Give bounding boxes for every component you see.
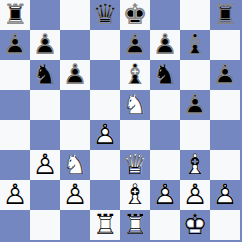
square-e8[interactable]: ♚♔ [120,0,150,30]
white-piece-outline-glyph: ♙ [0,180,30,210]
square-h6[interactable]: ♟♙ [210,60,240,90]
piece-black-pawn[interactable]: ♟♙ [0,30,30,60]
black-piece-fill-glyph: ♜ [0,0,30,30]
white-piece-fill-glyph: ♟ [150,180,180,210]
white-piece-outline-glyph: ♙ [180,180,210,210]
black-piece-detail-glyph: ♙ [150,30,180,60]
chess-board: ♜♖♛♕♚♔♜♖♟♙♟♙♟♙♟♙♝♗♞♘♟♙♝♗♞♘♟♙♞♘♟♙♟♙♟♙♞♘♛♕… [0,0,242,242]
white-piece-outline-glyph: ♖ [90,210,120,240]
piece-white-pawn[interactable]: ♟♙ [180,180,210,210]
square-c3[interactable]: ♞♘ [60,150,90,180]
square-f7[interactable]: ♟♙ [150,30,180,60]
white-piece-fill-glyph: ♟ [30,150,60,180]
square-b6[interactable]: ♞♘ [30,60,60,90]
piece-white-pawn[interactable]: ♟♙ [150,180,180,210]
square-a5[interactable] [0,90,30,120]
square-h1[interactable] [210,210,240,240]
square-e1[interactable]: ♜♖ [120,210,150,240]
piece-white-bishop[interactable]: ♝♗ [120,180,150,210]
piece-white-pawn[interactable]: ♟♙ [0,180,30,210]
square-b8[interactable] [30,0,60,30]
white-piece-outline-glyph: ♙ [60,180,90,210]
piece-black-pawn[interactable]: ♟♙ [60,60,90,90]
white-piece-outline-glyph: ♘ [120,90,150,120]
square-h7[interactable] [210,30,240,60]
piece-white-rook[interactable]: ♜♖ [90,210,120,240]
white-piece-fill-glyph: ♛ [120,150,150,180]
black-piece-detail-glyph: ♖ [210,0,240,30]
white-piece-outline-glyph: ♔ [180,210,210,240]
square-f2[interactable]: ♟♙ [150,180,180,210]
white-piece-fill-glyph: ♝ [180,150,210,180]
piece-white-pawn[interactable]: ♟♙ [210,180,240,210]
square-f3[interactable] [150,150,180,180]
piece-white-pawn[interactable]: ♟♙ [30,150,60,180]
white-piece-fill-glyph: ♟ [180,180,210,210]
white-piece-outline-glyph: ♖ [120,210,150,240]
black-piece-fill-glyph: ♞ [30,60,60,90]
square-h5[interactable] [210,90,240,120]
square-c7[interactable] [60,30,90,60]
square-b7[interactable]: ♟♙ [30,30,60,60]
square-b4[interactable] [30,120,60,150]
square-g6[interactable] [180,60,210,90]
piece-black-pawn[interactable]: ♟♙ [120,30,150,60]
piece-black-queen[interactable]: ♛♕ [90,0,120,30]
square-a6[interactable] [0,60,30,90]
square-a8[interactable]: ♜♖ [0,0,30,30]
black-piece-detail-glyph: ♔ [120,0,150,30]
square-a7[interactable]: ♟♙ [0,30,30,60]
square-d4[interactable]: ♟♙ [90,120,120,150]
square-g5[interactable]: ♟♙ [180,90,210,120]
square-h4[interactable] [210,120,240,150]
black-piece-fill-glyph: ♟ [180,90,210,120]
piece-white-bishop[interactable]: ♝♗ [180,150,210,180]
white-piece-outline-glyph: ♙ [210,180,240,210]
black-piece-detail-glyph: ♘ [150,60,180,90]
piece-white-knight[interactable]: ♞♘ [120,90,150,120]
black-piece-fill-glyph: ♜ [210,0,240,30]
square-c6[interactable]: ♟♙ [60,60,90,90]
square-c5[interactable] [60,90,90,120]
square-f8[interactable] [150,0,180,30]
piece-black-king[interactable]: ♚♔ [120,0,150,30]
square-b1[interactable] [30,210,60,240]
black-piece-detail-glyph: ♙ [210,60,240,90]
square-d6[interactable] [90,60,120,90]
white-piece-fill-glyph: ♞ [60,150,90,180]
piece-white-knight[interactable]: ♞♘ [60,150,90,180]
black-piece-fill-glyph: ♞ [150,60,180,90]
square-d1[interactable]: ♜♖ [90,210,120,240]
square-a1[interactable] [0,210,30,240]
piece-black-bishop[interactable]: ♝♗ [120,60,150,90]
white-piece-outline-glyph: ♙ [90,120,120,150]
square-d5[interactable] [90,90,120,120]
white-piece-fill-glyph: ♝ [120,180,150,210]
piece-black-knight[interactable]: ♞♘ [150,60,180,90]
square-b3[interactable]: ♟♙ [30,150,60,180]
square-e5[interactable]: ♞♘ [120,90,150,120]
piece-black-pawn[interactable]: ♟♙ [150,30,180,60]
black-piece-detail-glyph: ♙ [30,30,60,60]
white-piece-outline-glyph: ♙ [30,150,60,180]
square-e3[interactable]: ♛♕ [120,150,150,180]
square-d8[interactable]: ♛♕ [90,0,120,30]
black-piece-detail-glyph: ♖ [0,0,30,30]
square-e2[interactable]: ♝♗ [120,180,150,210]
black-piece-fill-glyph: ♝ [180,30,210,60]
square-a4[interactable] [0,120,30,150]
black-piece-detail-glyph: ♙ [120,30,150,60]
black-piece-detail-glyph: ♕ [90,0,120,30]
piece-black-rook[interactable]: ♜♖ [210,0,240,30]
square-c4[interactable] [60,120,90,150]
square-d7[interactable] [90,30,120,60]
black-piece-detail-glyph: ♗ [180,30,210,60]
piece-white-pawn[interactable]: ♟♙ [60,180,90,210]
square-e6[interactable]: ♝♗ [120,60,150,90]
square-g3[interactable]: ♝♗ [180,150,210,180]
square-f4[interactable] [150,120,180,150]
square-b2[interactable] [30,180,60,210]
black-piece-fill-glyph: ♟ [30,30,60,60]
square-g8[interactable] [180,0,210,30]
square-d3[interactable] [90,150,120,180]
white-piece-fill-glyph: ♟ [90,120,120,150]
square-e7[interactable]: ♟♙ [120,30,150,60]
square-g2[interactable]: ♟♙ [180,180,210,210]
black-piece-fill-glyph: ♝ [120,60,150,90]
black-piece-fill-glyph: ♟ [60,60,90,90]
white-piece-fill-glyph: ♚ [180,210,210,240]
piece-black-bishop[interactable]: ♝♗ [180,30,210,60]
square-e4[interactable] [120,120,150,150]
black-piece-fill-glyph: ♟ [210,60,240,90]
black-piece-fill-glyph: ♛ [90,0,120,30]
black-piece-detail-glyph: ♘ [30,60,60,90]
black-piece-detail-glyph: ♙ [60,60,90,90]
white-piece-fill-glyph: ♞ [120,90,150,120]
square-c1[interactable] [60,210,90,240]
square-h8[interactable]: ♜♖ [210,0,240,30]
board-grid: ♜♖♛♕♚♔♜♖♟♙♟♙♟♙♟♙♝♗♞♘♟♙♝♗♞♘♟♙♞♘♟♙♟♙♟♙♞♘♛♕… [0,0,240,240]
square-a3[interactable] [0,150,30,180]
square-h2[interactable]: ♟♙ [210,180,240,210]
square-b5[interactable] [30,90,60,120]
black-piece-fill-glyph: ♚ [120,0,150,30]
square-f6[interactable]: ♞♘ [150,60,180,90]
white-piece-fill-glyph: ♟ [60,180,90,210]
square-c8[interactable] [60,0,90,30]
white-piece-fill-glyph: ♟ [0,180,30,210]
piece-white-king[interactable]: ♚♔ [180,210,210,240]
piece-black-pawn[interactable]: ♟♙ [180,90,210,120]
piece-black-pawn[interactable]: ♟♙ [210,60,240,90]
square-c2[interactable]: ♟♙ [60,180,90,210]
piece-white-pawn[interactable]: ♟♙ [90,120,120,150]
white-piece-outline-glyph: ♙ [150,180,180,210]
square-h3[interactable] [210,150,240,180]
white-piece-outline-glyph: ♘ [60,150,90,180]
square-f1[interactable] [150,210,180,240]
white-piece-outline-glyph: ♗ [180,150,210,180]
white-piece-fill-glyph: ♜ [90,210,120,240]
piece-black-knight[interactable]: ♞♘ [30,60,60,90]
piece-white-queen[interactable]: ♛♕ [120,150,150,180]
black-piece-detail-glyph: ♙ [180,90,210,120]
white-piece-fill-glyph: ♜ [120,210,150,240]
square-g7[interactable]: ♝♗ [180,30,210,60]
white-piece-fill-glyph: ♟ [210,180,240,210]
piece-white-rook[interactable]: ♜♖ [120,210,150,240]
black-piece-fill-glyph: ♟ [0,30,30,60]
piece-black-pawn[interactable]: ♟♙ [30,30,60,60]
piece-black-rook[interactable]: ♜♖ [0,0,30,30]
square-g4[interactable] [180,120,210,150]
black-piece-detail-glyph: ♗ [120,60,150,90]
square-d2[interactable] [90,180,120,210]
black-piece-detail-glyph: ♙ [0,30,30,60]
white-piece-outline-glyph: ♗ [120,180,150,210]
square-g1[interactable]: ♚♔ [180,210,210,240]
black-piece-fill-glyph: ♟ [150,30,180,60]
white-piece-outline-glyph: ♕ [120,150,150,180]
square-a2[interactable]: ♟♙ [0,180,30,210]
square-f5[interactable] [150,90,180,120]
black-piece-fill-glyph: ♟ [120,30,150,60]
